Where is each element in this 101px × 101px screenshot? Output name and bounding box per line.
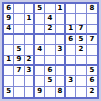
cell-r8c8[interactable] — [76, 76, 86, 86]
cell-r5c8[interactable]: 2 — [76, 45, 86, 55]
cell-r3c7[interactable]: 1 — [66, 25, 76, 35]
cell-r5c6[interactable]: 3 — [56, 45, 66, 55]
cell-r1c4[interactable]: 5 — [35, 4, 45, 14]
cell-r7c5[interactable]: 6 — [45, 66, 55, 76]
cell-r9c5[interactable] — [45, 87, 55, 97]
cell-r8c1[interactable] — [4, 76, 14, 86]
cell-r6c3[interactable]: 2 — [25, 56, 35, 66]
cell-r2c3[interactable]: 1 — [25, 14, 35, 24]
sudoku-frame: 65189144217657543219273655365982 — [0, 0, 101, 101]
cell-r9c9[interactable]: 2 — [87, 87, 97, 97]
cell-r8c2[interactable] — [14, 76, 24, 86]
cell-r2c4[interactable] — [35, 14, 45, 24]
cell-r1c9[interactable]: 8 — [87, 4, 97, 14]
cell-r9c1[interactable]: 5 — [4, 87, 14, 97]
cell-r7c6[interactable] — [56, 66, 66, 76]
cell-r7c2[interactable]: 7 — [14, 66, 24, 76]
cell-r8c7[interactable]: 3 — [66, 76, 76, 86]
cell-r7c9[interactable]: 5 — [87, 66, 97, 76]
cell-r6c7[interactable] — [66, 56, 76, 66]
cell-r9c8[interactable] — [76, 87, 86, 97]
cell-r8c6[interactable] — [56, 76, 66, 86]
cell-r3c3[interactable] — [25, 25, 35, 35]
cell-r7c4[interactable] — [35, 66, 45, 76]
cell-r4c1[interactable] — [4, 35, 14, 45]
cell-r5c2[interactable]: 5 — [14, 45, 24, 55]
cell-r4c7[interactable]: 6 — [66, 35, 76, 45]
cell-r8c4[interactable] — [35, 76, 45, 86]
cell-r1c8[interactable] — [76, 4, 86, 14]
cell-r7c1[interactable] — [4, 66, 14, 76]
cell-r5c7[interactable] — [66, 45, 76, 55]
cell-r3c8[interactable]: 7 — [76, 25, 86, 35]
cell-r6c1[interactable]: 1 — [4, 56, 14, 66]
cell-r4c5[interactable] — [45, 35, 55, 45]
cell-r4c2[interactable] — [14, 35, 24, 45]
cell-r9c3[interactable] — [25, 87, 35, 97]
cell-r3c1[interactable]: 4 — [4, 25, 14, 35]
cell-r3c2[interactable] — [14, 25, 24, 35]
cell-r7c8[interactable] — [76, 66, 86, 76]
cell-r9c6[interactable]: 8 — [56, 87, 66, 97]
cell-r4c6[interactable] — [56, 35, 66, 45]
cell-r1c3[interactable] — [25, 4, 35, 14]
cell-r2c6[interactable] — [56, 14, 66, 24]
cell-r6c2[interactable]: 9 — [14, 56, 24, 66]
cell-r8c3[interactable] — [25, 76, 35, 86]
cell-r5c4[interactable]: 4 — [35, 45, 45, 55]
cell-r3c6[interactable] — [56, 25, 66, 35]
cell-r6c9[interactable] — [87, 56, 97, 66]
cell-r9c4[interactable]: 9 — [35, 87, 45, 97]
cell-r2c5[interactable]: 4 — [45, 14, 55, 24]
sudoku-board: 65189144217657543219273655365982 — [2, 2, 99, 99]
cell-r5c1[interactable] — [4, 45, 14, 55]
cell-r4c4[interactable] — [35, 35, 45, 45]
cell-r1c6[interactable]: 1 — [56, 4, 66, 14]
cell-r8c5[interactable]: 5 — [45, 76, 55, 86]
cell-r4c8[interactable]: 5 — [76, 35, 86, 45]
cell-r9c2[interactable] — [14, 87, 24, 97]
cell-r2c7[interactable] — [66, 14, 76, 24]
cell-r2c2[interactable] — [14, 14, 24, 24]
cell-r6c5[interactable] — [45, 56, 55, 66]
cell-r7c7[interactable] — [66, 66, 76, 76]
cell-r5c5[interactable] — [45, 45, 55, 55]
cell-r2c1[interactable]: 9 — [4, 14, 14, 24]
cell-r1c1[interactable]: 6 — [4, 4, 14, 14]
cell-r9c7[interactable] — [66, 87, 76, 97]
cell-r5c3[interactable] — [25, 45, 35, 55]
cell-r4c9[interactable]: 7 — [87, 35, 97, 45]
cell-r6c8[interactable] — [76, 56, 86, 66]
cell-r2c9[interactable] — [87, 14, 97, 24]
cell-r2c8[interactable] — [76, 14, 86, 24]
cell-r3c4[interactable] — [35, 25, 45, 35]
cell-r4c3[interactable] — [25, 35, 35, 45]
cell-r8c9[interactable]: 6 — [87, 76, 97, 86]
cell-r3c9[interactable] — [87, 25, 97, 35]
cell-r1c2[interactable] — [14, 4, 24, 14]
cell-r1c5[interactable] — [45, 4, 55, 14]
cell-r1c7[interactable] — [66, 4, 76, 14]
cell-r3c5[interactable]: 2 — [45, 25, 55, 35]
cell-r6c4[interactable] — [35, 56, 45, 66]
cell-r7c3[interactable]: 3 — [25, 66, 35, 76]
cell-r5c9[interactable] — [87, 45, 97, 55]
cell-r6c6[interactable] — [56, 56, 66, 66]
